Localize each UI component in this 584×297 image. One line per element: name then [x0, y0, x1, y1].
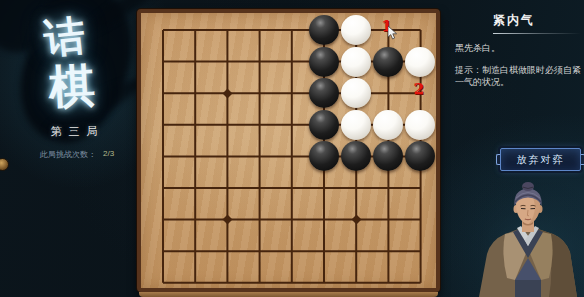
board-point[interactable]	[243, 77, 275, 109]
black-stone	[309, 141, 339, 171]
black-stone	[405, 141, 435, 171]
board-point[interactable]	[308, 235, 340, 267]
white-stone	[373, 110, 403, 140]
resign-button[interactable]: 放弃对弈	[500, 148, 581, 171]
white-stone	[405, 47, 435, 77]
board-point[interactable]	[179, 172, 211, 204]
board-point[interactable]	[147, 141, 179, 173]
board-point[interactable]	[276, 204, 308, 236]
board-point[interactable]	[404, 109, 436, 141]
board-point[interactable]	[372, 235, 404, 267]
puzzle-hint: 提示：制造白棋做眼时必须自紧一气的状况。	[455, 65, 581, 88]
board-point[interactable]	[340, 204, 372, 236]
black-stone	[309, 110, 339, 140]
board-point[interactable]	[211, 14, 243, 46]
board-point[interactable]	[276, 77, 308, 109]
board-point[interactable]	[147, 14, 179, 46]
board-point[interactable]	[243, 235, 275, 267]
board-point[interactable]	[340, 172, 372, 204]
title-divider	[493, 33, 581, 34]
board-point[interactable]	[211, 46, 243, 78]
board-point[interactable]	[308, 109, 340, 141]
board-point[interactable]	[340, 46, 372, 78]
board-point[interactable]	[211, 204, 243, 236]
board-point[interactable]	[404, 204, 436, 236]
board-point[interactable]	[211, 109, 243, 141]
board-point[interactable]	[179, 141, 211, 173]
white-stone	[341, 15, 371, 45]
board-point[interactable]	[404, 141, 436, 173]
board-point[interactable]	[308, 141, 340, 173]
board-point[interactable]	[276, 14, 308, 46]
board-point[interactable]	[179, 14, 211, 46]
board-point[interactable]	[147, 172, 179, 204]
side-ornament-icon	[0, 158, 9, 171]
board-point[interactable]	[276, 235, 308, 267]
board-point[interactable]	[211, 77, 243, 109]
white-stone	[341, 110, 371, 140]
board-point[interactable]	[372, 109, 404, 141]
attempts-value: 2/3	[103, 149, 114, 160]
board-point[interactable]	[243, 109, 275, 141]
black-stone	[373, 47, 403, 77]
go-board: 12	[137, 9, 440, 292]
white-stone	[341, 47, 371, 77]
board-point[interactable]	[372, 141, 404, 173]
board-point[interactable]	[147, 77, 179, 109]
board-point[interactable]	[243, 14, 275, 46]
board-point[interactable]	[308, 14, 340, 46]
board-point[interactable]	[179, 77, 211, 109]
board-point[interactable]	[340, 267, 372, 297]
board-point[interactable]	[404, 267, 436, 297]
round-label: 第三局	[18, 124, 130, 139]
black-stone	[373, 141, 403, 171]
board-point[interactable]	[211, 235, 243, 267]
board-point[interactable]	[308, 77, 340, 109]
game-screen: 诘 棋 第三局 此局挑战次数： 2/3 12 紧内气 黑先杀白。 提示：制造白棋…	[0, 0, 584, 297]
board-point[interactable]	[372, 172, 404, 204]
attempts-counter: 此局挑战次数： 2/3	[40, 149, 130, 160]
black-stone	[341, 141, 371, 171]
board-point[interactable]	[179, 204, 211, 236]
attempts-label: 此局挑战次数：	[40, 149, 96, 160]
board-point[interactable]	[243, 46, 275, 78]
board-point[interactable]	[276, 172, 308, 204]
board-point[interactable]	[179, 267, 211, 297]
black-stone	[309, 78, 339, 108]
board-point-grid	[147, 14, 437, 297]
board-point[interactable]	[243, 204, 275, 236]
board-point[interactable]	[404, 235, 436, 267]
board-point[interactable]	[179, 235, 211, 267]
board-point[interactable]	[211, 141, 243, 173]
board-point[interactable]	[147, 109, 179, 141]
board-point[interactable]	[147, 267, 179, 297]
black-stone	[309, 47, 339, 77]
board-point[interactable]	[243, 267, 275, 297]
mouse-cursor	[388, 26, 398, 44]
board-point[interactable]	[404, 77, 436, 109]
board-point[interactable]	[211, 172, 243, 204]
white-stone	[341, 78, 371, 108]
board-point[interactable]	[404, 172, 436, 204]
puzzle-objective: 黑先杀白。	[455, 42, 581, 55]
puzzle-title: 紧内气	[493, 12, 581, 29]
board-point[interactable]	[340, 77, 372, 109]
board-point[interactable]	[404, 14, 436, 46]
board-point[interactable]	[340, 14, 372, 46]
board-point[interactable]	[276, 46, 308, 78]
npc-portrait	[471, 182, 584, 297]
board-point[interactable]	[372, 204, 404, 236]
board-point[interactable]	[147, 235, 179, 267]
board-point[interactable]	[211, 267, 243, 297]
board-point[interactable]	[308, 172, 340, 204]
board-point[interactable]	[308, 204, 340, 236]
black-stone	[309, 15, 339, 45]
board-point[interactable]	[276, 141, 308, 173]
board-point[interactable]	[404, 46, 436, 78]
board-point[interactable]	[147, 204, 179, 236]
board-point[interactable]	[340, 235, 372, 267]
board-point[interactable]	[308, 46, 340, 78]
board-point[interactable]	[179, 46, 211, 78]
board-point[interactable]	[340, 109, 372, 141]
board-point[interactable]	[276, 267, 308, 297]
board-point[interactable]	[243, 141, 275, 173]
board-point[interactable]	[372, 267, 404, 297]
board-point[interactable]	[147, 46, 179, 78]
puzzle-panel: 紧内气 黑先杀白。 提示：制造白棋做眼时必须自紧一气的状况。	[455, 12, 581, 88]
board-point[interactable]	[372, 77, 404, 109]
board-point[interactable]	[308, 267, 340, 297]
board-point[interactable]	[276, 109, 308, 141]
board-point[interactable]	[243, 172, 275, 204]
board-point[interactable]	[372, 46, 404, 78]
mode-title-char: 棋	[47, 55, 96, 119]
board-point[interactable]	[179, 109, 211, 141]
white-stone	[405, 110, 435, 140]
board-point[interactable]	[340, 141, 372, 173]
